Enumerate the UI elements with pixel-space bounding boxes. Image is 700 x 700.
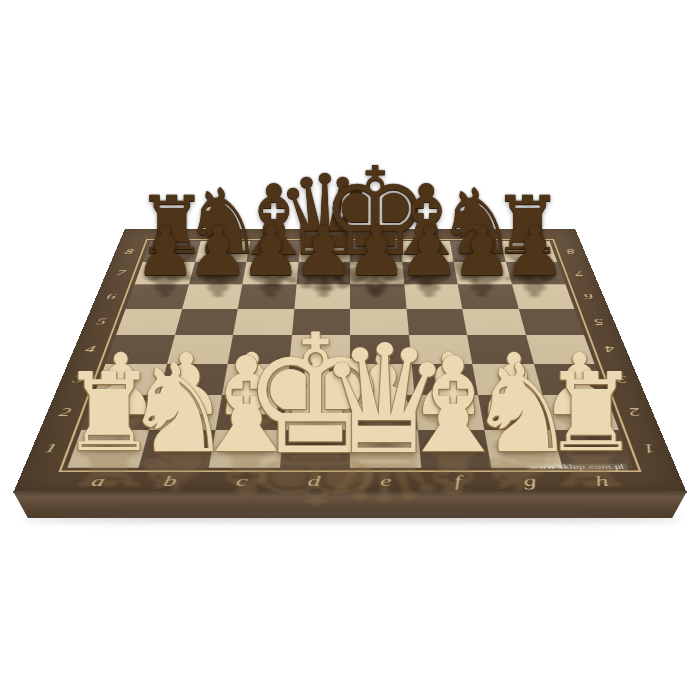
square-h7 [505,262,565,284]
square-d1 [279,430,350,468]
square-b3 [158,364,228,395]
square-c2 [216,395,286,430]
square-b4 [167,335,233,364]
square-e8 [350,241,402,262]
square-d7 [296,262,350,284]
square-e6 [350,284,406,308]
square-a4 [105,335,174,364]
square-f1 [417,430,491,468]
square-d5 [292,309,351,335]
file-label-top-g: g [201,230,252,239]
square-e3 [350,364,414,395]
file-label-top-d: d [350,230,400,239]
file-label-top-f: f [250,230,301,239]
square-g7 [454,262,512,284]
square-e1 [350,430,421,468]
square-g6 [458,284,519,308]
square-b1 [138,430,216,468]
square-b5 [175,309,238,335]
square-a6 [126,284,189,308]
square-e4 [350,335,411,364]
square-c1 [209,430,283,468]
file-label-top-b: b [448,230,499,239]
square-b2 [148,395,222,430]
square-f6 [404,284,462,308]
file-label-c: c [204,471,279,491]
square-a1 [67,430,148,468]
square-f7 [402,262,458,284]
square-g5 [462,309,525,335]
square-f8 [400,241,454,262]
chessboard: abcdefgh abcdefgh 12345678 12345678 www.… [13,229,687,493]
square-g2 [478,395,552,430]
file-labels-top: abcdefgh [151,230,549,239]
ground-shadow [22,513,682,526]
square-d8 [298,241,350,262]
square-a5 [116,309,182,335]
square-d2 [283,395,350,430]
square-f2 [414,395,484,430]
square-d4 [289,335,350,364]
square-g3 [472,364,542,395]
chess-set-photo: abcdefgh abcdefgh 12345678 12345678 www.… [0,0,700,700]
square-h2 [542,395,619,430]
square-f4 [409,335,473,364]
square-c8 [246,241,300,262]
square-d6 [294,284,350,308]
square-g8 [450,241,506,262]
square-h6 [512,284,575,308]
file-label-top-h: h [151,230,203,239]
square-g4 [467,335,533,364]
file-label-top-e: e [300,230,350,239]
square-a2 [81,395,158,430]
website-text: www.sklep.com.pl [526,464,629,471]
square-h5 [518,309,584,335]
file-label-top-c: c [399,230,450,239]
file-label-e: e [350,471,423,491]
file-label-f: f [421,471,496,491]
square-b7 [188,262,246,284]
square-h8 [500,241,558,262]
square-a8 [143,241,201,262]
square-e5 [350,309,409,335]
square-b6 [182,284,243,308]
square-f5 [406,309,467,335]
square-c3 [222,364,289,395]
file-label-d: d [277,471,350,491]
square-d3 [286,364,350,395]
playing-field [67,241,632,467]
square-e2 [350,395,417,430]
square-c4 [228,335,292,364]
file-label-top-a: a [497,230,549,239]
square-a3 [94,364,167,395]
square-c6 [238,284,296,308]
file-label-a: a [59,471,137,491]
square-h3 [533,364,606,395]
square-g1 [484,430,562,468]
square-a7 [135,262,195,284]
file-label-g: g [492,471,568,491]
square-c7 [242,262,298,284]
file-label-h: h [563,471,641,491]
file-labels-bottom: abcdefgh [59,471,641,491]
square-c5 [233,309,294,335]
square-e7 [350,262,404,284]
square-h1 [552,430,633,468]
file-label-b: b [132,471,208,491]
square-b8 [195,241,251,262]
square-f3 [411,364,478,395]
square-h4 [526,335,595,364]
